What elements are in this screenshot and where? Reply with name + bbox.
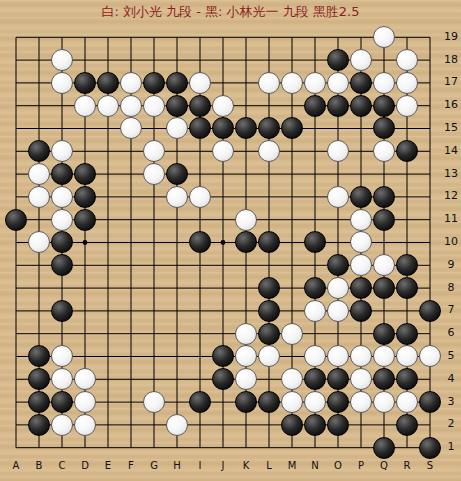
black-stone [258,300,280,322]
black-stone [212,117,234,139]
col-label-Q: Q [373,458,396,474]
row-label-3: 3 [441,391,461,414]
black-stone [373,95,395,117]
white-stone [51,368,73,390]
white-stone [373,345,395,367]
row-label-13: 13 [441,163,461,186]
black-stone [28,345,50,367]
row-label-19: 19 [441,26,461,49]
white-stone [350,254,372,276]
white-stone [120,95,142,117]
col-label-D: D [74,458,97,474]
white-stone [51,140,73,162]
black-stone [304,95,326,117]
white-stone [235,209,257,231]
white-stone [304,345,326,367]
col-label-J: J [212,458,235,474]
row-label-1: 1 [441,436,461,459]
black-stone [189,95,211,117]
white-stone [51,49,73,71]
white-stone [74,95,96,117]
row-label-16: 16 [441,94,461,117]
black-stone [166,72,188,94]
col-label-N: N [304,458,327,474]
black-stone [304,414,326,436]
white-stone [166,117,188,139]
col-label-G: G [143,458,166,474]
white-stone [51,414,73,436]
white-stone [327,72,349,94]
col-label-I: I [189,458,212,474]
white-stone [327,140,349,162]
white-stone [120,72,142,94]
black-stone [28,140,50,162]
white-stone [74,368,96,390]
col-label-R: R [396,458,419,474]
white-stone [212,140,234,162]
black-stone [327,368,349,390]
black-stone [396,323,418,345]
white-stone [281,368,303,390]
black-stone [28,368,50,390]
white-stone [396,49,418,71]
black-stone [373,368,395,390]
black-stone [396,277,418,299]
col-label-M: M [281,458,304,474]
row-label-14: 14 [441,140,461,163]
black-stone [396,368,418,390]
black-stone [419,391,441,413]
col-label-A: A [5,458,28,474]
black-stone [396,254,418,276]
white-stone [373,26,395,48]
white-stone [327,345,349,367]
white-stone [28,163,50,185]
col-label-F: F [120,458,143,474]
white-stone [143,163,165,185]
black-stone [51,254,73,276]
white-stone [350,391,372,413]
row-label-17: 17 [441,71,461,94]
white-stone [235,323,257,345]
black-stone [350,186,372,208]
black-stone [235,117,257,139]
black-stone [327,49,349,71]
black-stone [396,140,418,162]
black-stone [304,277,326,299]
white-stone [396,391,418,413]
black-stone [258,323,280,345]
black-stone [373,437,395,459]
white-stone [212,95,234,117]
white-stone [419,345,441,367]
black-stone [281,117,303,139]
black-stone [166,95,188,117]
black-stone [419,300,441,322]
black-stone [74,72,96,94]
white-stone [51,209,73,231]
black-stone [373,209,395,231]
black-stone [327,95,349,117]
black-stone [350,277,372,299]
white-stone [304,72,326,94]
white-stone [373,254,395,276]
black-stone [97,72,119,94]
black-stone [350,72,372,94]
white-stone [51,186,73,208]
col-label-P: P [350,458,373,474]
black-stone [28,414,50,436]
row-label-2: 2 [441,413,461,436]
black-stone [258,277,280,299]
black-stone [281,414,303,436]
white-stone [28,231,50,253]
row-label-12: 12 [441,185,461,208]
black-stone [396,414,418,436]
white-stone [304,300,326,322]
row-label-15: 15 [441,117,461,140]
white-stone [143,391,165,413]
row-label-6: 6 [441,322,461,345]
white-stone [350,345,372,367]
row-label-11: 11 [441,208,461,231]
white-stone [51,72,73,94]
black-stone [304,231,326,253]
white-stone [258,345,280,367]
black-stone [350,95,372,117]
white-stone [281,323,303,345]
col-label-S: S [419,458,442,474]
white-stone [97,95,119,117]
white-stone [373,72,395,94]
white-stone [189,186,211,208]
black-stone [74,163,96,185]
black-stone [235,231,257,253]
black-stone [189,391,211,413]
white-stone [350,209,372,231]
black-stone [189,117,211,139]
white-stone [396,95,418,117]
white-stone [396,345,418,367]
black-stone [74,209,96,231]
black-stone [373,323,395,345]
black-stone [327,254,349,276]
white-stone [304,391,326,413]
white-stone [281,391,303,413]
black-stone [189,231,211,253]
black-stone [304,368,326,390]
row-label-4: 4 [441,368,461,391]
col-label-K: K [235,458,258,474]
black-stone [74,186,96,208]
col-label-O: O [327,458,350,474]
white-stone [350,231,372,253]
col-label-L: L [258,458,281,474]
black-stone [5,209,27,231]
row-label-18: 18 [441,49,461,72]
white-stone [74,414,96,436]
black-stone [373,186,395,208]
column-coordinate-labels: ABCDEFGHIJKLMNOPQRS [5,458,442,474]
row-coordinate-labels: 19181716151413121110987654321 [441,26,461,459]
white-stone [327,186,349,208]
white-stone [350,49,372,71]
black-stone [212,368,234,390]
white-stone [258,72,280,94]
white-stone [235,368,257,390]
white-stone [143,140,165,162]
black-stone [327,414,349,436]
white-stone [258,140,280,162]
black-stone [143,72,165,94]
black-stone [258,117,280,139]
black-stone [235,391,257,413]
black-stone [51,391,73,413]
row-label-7: 7 [441,299,461,322]
white-stone [396,72,418,94]
col-label-C: C [51,458,74,474]
black-stone [350,300,372,322]
col-label-E: E [97,458,120,474]
col-label-H: H [166,458,189,474]
white-stone [327,277,349,299]
black-stone [258,391,280,413]
white-stone [120,117,142,139]
row-label-5: 5 [441,345,461,368]
row-label-8: 8 [441,277,461,300]
white-stone [373,140,395,162]
white-stone [51,345,73,367]
white-stone [166,414,188,436]
white-stone [74,391,96,413]
black-stone [258,231,280,253]
white-stone [373,391,395,413]
black-stone [373,117,395,139]
row-label-10: 10 [441,231,461,254]
col-label-B: B [28,458,51,474]
black-stone [327,391,349,413]
black-stone [51,231,73,253]
black-stone [28,391,50,413]
white-stone [350,368,372,390]
black-stone [166,163,188,185]
black-stone [212,345,234,367]
white-stone [281,72,303,94]
go-game-viewer: 白: 刘小光 九段 - 黑: 小林光一 九段 黑胜2.5 ABCDEFGHIJK… [0,0,461,481]
white-stone [189,72,211,94]
black-stone [51,300,73,322]
black-stone [51,163,73,185]
black-stone [373,277,395,299]
black-stone [419,437,441,459]
white-stone [327,300,349,322]
row-label-9: 9 [441,254,461,277]
white-stone [166,186,188,208]
go-board[interactable] [5,26,442,459]
white-stone [143,95,165,117]
white-stone [28,186,50,208]
white-stone [235,345,257,367]
